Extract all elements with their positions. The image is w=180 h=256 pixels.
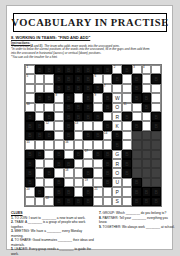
cell-r12c4[interactable] bbox=[54, 168, 64, 177]
cell-r9c8[interactable] bbox=[93, 140, 103, 149]
cell-r5c5: B bbox=[64, 103, 74, 112]
prefilled-letter: B bbox=[65, 198, 73, 205]
prefilled-letter: B bbox=[84, 188, 92, 195]
clue-number: 21 bbox=[94, 188, 97, 191]
cell-r5c4[interactable] bbox=[54, 103, 64, 112]
cell-r2c2[interactable] bbox=[35, 74, 45, 83]
cell-r5c10[interactable]: O bbox=[112, 103, 122, 112]
clue-number: 5 bbox=[26, 75, 28, 78]
cell-r11c9: B bbox=[103, 159, 113, 168]
clue-number: 1 bbox=[26, 66, 28, 69]
cell-r9c12 bbox=[132, 140, 142, 149]
prefilled-letter: B bbox=[45, 94, 53, 101]
cell-r5c1[interactable]: 10 bbox=[25, 103, 35, 112]
cell-r10c3[interactable] bbox=[44, 150, 54, 159]
prefilled-letter: B bbox=[75, 113, 83, 120]
cell-r12c14 bbox=[151, 168, 161, 177]
cell-r2c10: B bbox=[112, 74, 122, 83]
prefilled-letter: B bbox=[84, 85, 92, 92]
cell-r11c12 bbox=[132, 159, 142, 168]
cell-r14c9[interactable] bbox=[103, 187, 113, 196]
cell-r1c12[interactable]: 3 bbox=[132, 65, 142, 74]
prefilled-letter: B bbox=[94, 151, 102, 158]
cell-r12c6[interactable] bbox=[74, 168, 84, 177]
prefilled-letter: B bbox=[75, 151, 83, 158]
prefilled-letter: B bbox=[104, 94, 112, 101]
prefilled-letter: R bbox=[113, 113, 121, 120]
cell-r10c9: B bbox=[103, 150, 113, 159]
cell-r14c12: B bbox=[132, 187, 142, 196]
prefilled-letter: B bbox=[55, 85, 63, 92]
prefilled-letter: B bbox=[26, 169, 34, 176]
cell-r11c2[interactable] bbox=[35, 159, 45, 168]
cell-r8c5: B bbox=[64, 131, 74, 140]
cell-r9c1[interactable]: 15 bbox=[25, 140, 35, 149]
clue-number: 7 bbox=[104, 85, 106, 88]
cell-r10c7[interactable]: 17 bbox=[83, 150, 93, 159]
cell-r15c8[interactable] bbox=[93, 197, 103, 206]
cell-r15c10[interactable]: S bbox=[112, 197, 122, 206]
cell-r9c4[interactable] bbox=[54, 140, 64, 149]
prefilled-letter: B bbox=[152, 75, 160, 82]
clue-number: 13 bbox=[75, 122, 78, 125]
clue-item: 8. PARTNER: Tell your ________ everythin… bbox=[99, 216, 175, 225]
cell-r15c4: B bbox=[54, 197, 64, 206]
cell-r6c4[interactable] bbox=[54, 112, 64, 121]
prefilled-letter: B bbox=[36, 122, 44, 129]
clue-number: 18 bbox=[65, 169, 68, 172]
cell-r1c2: B bbox=[35, 65, 45, 74]
prefilled-letter: O bbox=[113, 169, 121, 176]
clue-number: 12 bbox=[46, 122, 49, 125]
cell-r8c14 bbox=[151, 131, 161, 140]
prefilled-letter: B bbox=[75, 198, 83, 205]
prefilled-letter: B bbox=[123, 151, 131, 158]
prefilled-letter: B bbox=[84, 75, 92, 82]
cell-r4c8[interactable]: 9 bbox=[93, 93, 103, 102]
prefilled-letter: B bbox=[84, 104, 92, 111]
cell-r3c13[interactable] bbox=[142, 84, 152, 93]
clue-list-left: CLUES 1. TO JOIN: I want to ________ a n… bbox=[11, 211, 95, 256]
cell-r4c14[interactable] bbox=[151, 93, 161, 102]
clue-item-number: 3. bbox=[11, 229, 15, 233]
clue-item: 3. MEETING: We have a ________ every Mon… bbox=[11, 229, 95, 238]
cell-r2c6: B bbox=[74, 74, 84, 83]
cell-r14c1[interactable]: 20 bbox=[25, 187, 35, 196]
prefilled-letter: B bbox=[26, 179, 34, 186]
cell-r13c14 bbox=[151, 178, 161, 187]
clue-item-number: 9. bbox=[99, 225, 103, 229]
prefilled-letter: B bbox=[84, 113, 92, 120]
clue-number: 20 bbox=[26, 188, 29, 191]
cell-r1c10[interactable]: 2 bbox=[112, 65, 122, 74]
prefilled-letter: B bbox=[45, 132, 53, 139]
prefilled-letter: B bbox=[65, 85, 73, 92]
cell-r10c5[interactable] bbox=[64, 150, 74, 159]
cell-r14c8[interactable]: 21 bbox=[93, 187, 103, 196]
clue-number: 16 bbox=[65, 141, 68, 144]
prefilled-letter: B bbox=[65, 113, 73, 120]
cell-r6c3: B bbox=[44, 112, 54, 121]
cell-r7c3[interactable]: 12 bbox=[44, 121, 54, 130]
cell-r13c4: B bbox=[54, 178, 64, 187]
prefilled-letter: B bbox=[26, 113, 34, 120]
prefilled-letter: S bbox=[113, 198, 121, 205]
cell-r3c5: B bbox=[64, 84, 74, 93]
prefilled-letter: B bbox=[65, 75, 73, 82]
cell-r6c6: B bbox=[74, 112, 84, 121]
cell-r4c4[interactable]: 8 bbox=[54, 93, 64, 102]
cell-r15c12: B bbox=[132, 197, 142, 206]
cell-r2c8[interactable]: 6 bbox=[93, 74, 103, 83]
cell-r13c5[interactable] bbox=[64, 178, 74, 187]
cell-r13c9: B bbox=[103, 178, 113, 187]
cell-r4c7: B bbox=[83, 93, 93, 102]
cell-r6c2[interactable] bbox=[35, 112, 45, 121]
cell-r7c7[interactable] bbox=[83, 121, 93, 130]
prefilled-letter: B bbox=[26, 122, 34, 129]
cell-r7c4[interactable] bbox=[54, 121, 64, 130]
prefilled-letter: B bbox=[65, 160, 73, 167]
cell-r10c10[interactable]: G bbox=[112, 150, 122, 159]
cell-r14c2: B bbox=[35, 187, 45, 196]
prefilled-letter: B bbox=[94, 85, 102, 92]
cell-r11c13 bbox=[142, 159, 152, 168]
cell-r6c14: B bbox=[151, 112, 161, 121]
prefilled-letter: B bbox=[84, 198, 92, 205]
cell-r6c9[interactable] bbox=[103, 112, 113, 121]
cell-r8c11[interactable] bbox=[122, 131, 132, 140]
prefilled-letter: B bbox=[123, 113, 131, 120]
cell-r3c3[interactable] bbox=[44, 84, 54, 93]
prefilled-letter: K bbox=[113, 122, 121, 129]
cell-r4c2: B bbox=[35, 93, 45, 102]
cell-r13c6[interactable] bbox=[74, 178, 84, 187]
cell-r12c10[interactable]: O bbox=[112, 168, 122, 177]
prefilled-letter: B bbox=[94, 66, 102, 73]
prefilled-letter: B bbox=[55, 198, 63, 205]
clue-number: 9 bbox=[94, 94, 96, 97]
prefilled-letter: B bbox=[133, 188, 141, 195]
cell-r2c9[interactable] bbox=[103, 74, 113, 83]
clue-list-right: 7. GROUP: Which ________ do you belong t… bbox=[99, 211, 175, 229]
cell-r13c8[interactable] bbox=[93, 178, 103, 187]
cell-r11c7[interactable] bbox=[83, 159, 93, 168]
cell-r15c14: B bbox=[151, 197, 161, 206]
prefilled-letter: B bbox=[104, 160, 112, 167]
cell-r12c5[interactable]: 18 bbox=[64, 168, 74, 177]
cell-r1c4: B bbox=[54, 65, 64, 74]
prefilled-letter: B bbox=[65, 122, 73, 129]
cell-r2c4: B bbox=[54, 74, 64, 83]
cell-r14c6[interactable] bbox=[74, 187, 84, 196]
cell-r3c2[interactable] bbox=[35, 84, 45, 93]
cell-r10c1: B bbox=[25, 150, 35, 159]
cell-r11c5: B bbox=[64, 159, 74, 168]
cell-r10c4: B bbox=[54, 150, 64, 159]
cell-r3c14[interactable] bbox=[151, 84, 161, 93]
cell-r3c4: B bbox=[54, 84, 64, 93]
cell-r5c2[interactable] bbox=[35, 103, 45, 112]
cell-r1c14[interactable] bbox=[151, 65, 161, 74]
prefilled-letter: B bbox=[104, 66, 112, 73]
cell-r13c10[interactable]: U bbox=[112, 178, 122, 187]
cell-r3c12: B bbox=[132, 84, 142, 93]
cell-r2c11[interactable] bbox=[122, 74, 132, 83]
cell-r15c2[interactable] bbox=[35, 197, 45, 206]
cell-r8c1: B bbox=[25, 131, 35, 140]
prefilled-letter: B bbox=[75, 104, 83, 111]
prefilled-letter: B bbox=[133, 94, 141, 101]
cell-r5c6: B bbox=[74, 103, 84, 112]
cell-r13c3[interactable] bbox=[44, 178, 54, 187]
prefilled-letter: B bbox=[55, 151, 63, 158]
prefilled-letter: B bbox=[113, 75, 121, 82]
prefilled-letter: B bbox=[133, 122, 141, 129]
cell-r7c8[interactable] bbox=[93, 121, 103, 130]
prefilled-letter: B bbox=[65, 66, 73, 73]
cell-r3c1[interactable] bbox=[25, 84, 35, 93]
cell-r7c10[interactable]: K bbox=[112, 121, 122, 130]
prefilled-letter: B bbox=[55, 188, 63, 195]
cell-r4c9: B bbox=[103, 93, 113, 102]
clue-item: 4. TO SHARE: Good teammates ________ the… bbox=[11, 238, 95, 247]
clue-item: 5. LEADER: Every group needs a ________ … bbox=[11, 247, 95, 256]
cell-r5c9: B bbox=[103, 103, 113, 112]
cell-r14c10[interactable]: P bbox=[112, 187, 122, 196]
cell-r5c11[interactable]: 11 bbox=[122, 103, 132, 112]
clue-number: 6 bbox=[94, 75, 96, 78]
cell-r9c13 bbox=[142, 140, 152, 149]
prefilled-letter: B bbox=[75, 85, 83, 92]
cell-r1c5: B bbox=[64, 65, 74, 74]
cell-r1c13[interactable]: 4 bbox=[142, 65, 152, 74]
cell-r4c6[interactable] bbox=[74, 93, 84, 102]
cell-r10c2: B bbox=[35, 150, 45, 159]
clue-number: 14 bbox=[104, 132, 107, 135]
cell-r1c8: B bbox=[93, 65, 103, 74]
cell-r7c5: B bbox=[64, 121, 74, 130]
cell-r11c8[interactable] bbox=[93, 159, 103, 168]
cell-r5c3[interactable] bbox=[44, 103, 54, 112]
cell-r8c8: B bbox=[93, 131, 103, 140]
cell-r14c5: B bbox=[64, 187, 74, 196]
prefilled-letter: B bbox=[65, 188, 73, 195]
cell-r7c2: B bbox=[35, 121, 45, 130]
prefilled-letter: B bbox=[36, 151, 44, 158]
prefilled-letter: B bbox=[143, 94, 151, 101]
instructions-block: *Form a team (A and B). The team who add… bbox=[11, 45, 169, 61]
cell-r14c4: B bbox=[54, 187, 64, 196]
prefilled-letter: B bbox=[104, 104, 112, 111]
clue-number: 15 bbox=[26, 141, 29, 144]
cell-r2c1[interactable]: 5 bbox=[25, 74, 35, 83]
cell-r12c11: B bbox=[122, 168, 132, 177]
cell-r12c13 bbox=[142, 168, 152, 177]
prefilled-letter: R bbox=[113, 160, 121, 167]
cell-r2c12: B bbox=[132, 74, 142, 83]
instruction-line-4: *You can ask the teacher for a hint. bbox=[11, 56, 169, 60]
cell-r15c7: B bbox=[83, 197, 93, 206]
prefilled-letter: B bbox=[123, 66, 131, 73]
prefilled-letter: B bbox=[36, 188, 44, 195]
prefilled-letter: B bbox=[84, 66, 92, 73]
cell-r6c5: B bbox=[64, 112, 74, 121]
cell-r6c8: B bbox=[93, 112, 103, 121]
cell-r9c10: B bbox=[112, 140, 122, 149]
crossword-grid: 1BBBBBBBB2B345BBBB6BBBBBBBB7BBB8BB9BWBB1… bbox=[24, 64, 162, 207]
clue-number: 2 bbox=[114, 66, 116, 69]
cell-r1c1[interactable]: 1 bbox=[25, 65, 35, 74]
cell-r8c4[interactable] bbox=[54, 131, 64, 140]
cell-r3c10[interactable] bbox=[112, 84, 122, 93]
cell-r4c10[interactable]: W bbox=[112, 93, 122, 102]
cell-r12c9: B bbox=[103, 168, 113, 177]
cell-r10c8: B bbox=[93, 150, 103, 159]
cell-r15c11[interactable] bbox=[122, 197, 132, 206]
cell-r1c11: B bbox=[122, 65, 132, 74]
prefilled-letter: B bbox=[104, 179, 112, 186]
clue-item-number: 1. bbox=[11, 216, 15, 220]
cell-r1c3: B bbox=[44, 65, 54, 74]
cell-r10c13 bbox=[142, 150, 152, 159]
cell-r13c2[interactable] bbox=[35, 178, 45, 187]
cell-r15c9[interactable] bbox=[103, 197, 113, 206]
cell-r2c14: B bbox=[151, 74, 161, 83]
prefilled-letter: B bbox=[123, 169, 131, 176]
prefilled-letter: P bbox=[113, 188, 121, 195]
clue-number: 8 bbox=[56, 94, 58, 97]
prefilled-letter: B bbox=[113, 141, 121, 148]
cell-r12c1: B bbox=[25, 168, 35, 177]
prefilled-letter: B bbox=[36, 132, 44, 139]
cell-r9c9[interactable] bbox=[103, 140, 113, 149]
cell-r12c7: B bbox=[83, 168, 93, 177]
cell-r5c8[interactable] bbox=[93, 103, 103, 112]
cell-r4c12: B bbox=[132, 93, 142, 102]
cell-r8c9[interactable]: 14 bbox=[103, 131, 113, 140]
prefilled-letter: B bbox=[143, 188, 151, 195]
cell-r14c3[interactable] bbox=[44, 187, 54, 196]
cell-r12c8[interactable] bbox=[93, 168, 103, 177]
prefilled-letter: B bbox=[143, 198, 151, 205]
cell-r6c10[interactable]: R bbox=[112, 112, 122, 121]
clue-item-number: 8. bbox=[99, 216, 103, 220]
cell-r3c6: B bbox=[74, 84, 84, 93]
prefilled-letter: B bbox=[26, 160, 34, 167]
page-title: VOCABULARY IN PRACTISE bbox=[11, 17, 169, 28]
prefilled-letter: B bbox=[152, 113, 160, 120]
prefilled-letter: B bbox=[133, 75, 141, 82]
cell-r7c12: B bbox=[132, 121, 142, 130]
cell-r11c3[interactable] bbox=[44, 159, 54, 168]
cell-r15c1[interactable] bbox=[25, 197, 35, 206]
cell-r14c11[interactable] bbox=[122, 187, 132, 196]
cell-r8c6[interactable] bbox=[74, 131, 84, 140]
cell-r1c7: B bbox=[83, 65, 93, 74]
cell-r7c11[interactable] bbox=[122, 121, 132, 130]
prefilled-letter: B bbox=[75, 66, 83, 73]
cell-r6c7: B bbox=[83, 112, 93, 121]
title-box: VOCABULARY IN PRACTISE bbox=[13, 13, 167, 32]
cell-r9c6[interactable] bbox=[74, 140, 84, 149]
cell-r13c7[interactable]: 19 bbox=[83, 178, 93, 187]
cell-r3c8: B bbox=[93, 84, 103, 93]
cell-r14c14: B bbox=[151, 187, 161, 196]
prefilled-letter: B bbox=[94, 132, 102, 139]
cell-r9c2[interactable] bbox=[35, 140, 45, 149]
clue-number: 19 bbox=[85, 179, 88, 182]
cell-r5c12[interactable] bbox=[132, 103, 142, 112]
cell-r4c11[interactable] bbox=[122, 93, 132, 102]
cell-r11c11: B bbox=[122, 159, 132, 168]
cell-r4c13: B bbox=[142, 93, 152, 102]
cell-r15c6: B bbox=[74, 197, 84, 206]
prefilled-letter: O bbox=[113, 104, 121, 111]
prefilled-letter: B bbox=[84, 169, 92, 176]
cell-r6c1: B bbox=[25, 112, 35, 121]
prefilled-letter: B bbox=[152, 122, 160, 129]
prefilled-letter: B bbox=[36, 66, 44, 73]
section-heading: 8. WORKING IN TEAMS: "FIND AND ADD" bbox=[11, 35, 90, 40]
cell-r9c14 bbox=[151, 140, 161, 149]
cell-r1c6: B bbox=[74, 65, 84, 74]
cell-r7c6[interactable]: 13 bbox=[74, 121, 84, 130]
prefilled-letter: B bbox=[133, 198, 141, 205]
cell-r15c13: B bbox=[142, 197, 152, 206]
clue-number: 11 bbox=[124, 103, 127, 106]
prefilled-letter: B bbox=[104, 151, 112, 158]
prefilled-letter: B bbox=[84, 132, 92, 139]
prefilled-letter: B bbox=[84, 94, 92, 101]
clue-number: 22 bbox=[46, 197, 49, 200]
cell-r3c9[interactable]: 7 bbox=[103, 84, 113, 93]
cell-r9c5[interactable]: 16 bbox=[64, 140, 74, 149]
cell-r6c12[interactable] bbox=[132, 112, 142, 121]
cell-r7c14: B bbox=[151, 121, 161, 130]
cell-r9c11[interactable] bbox=[122, 140, 132, 149]
cell-r9c3[interactable] bbox=[44, 140, 54, 149]
cell-r11c6[interactable] bbox=[74, 159, 84, 168]
clue-item-number: 5. bbox=[11, 247, 15, 251]
cell-r4c5: B bbox=[64, 93, 74, 102]
cell-r6c13[interactable] bbox=[142, 112, 152, 121]
prefilled-letter: B bbox=[65, 94, 73, 101]
cell-r10c6: B bbox=[74, 150, 84, 159]
cell-r10c14 bbox=[151, 150, 161, 159]
cell-r11c10[interactable]: R bbox=[112, 159, 122, 168]
cell-r5c14[interactable] bbox=[151, 103, 161, 112]
clue-number: 3 bbox=[133, 66, 135, 69]
cell-r2c5: B bbox=[64, 74, 74, 83]
cell-r4c1[interactable] bbox=[25, 93, 35, 102]
cell-r2c13[interactable] bbox=[142, 74, 152, 83]
cell-r13c11[interactable] bbox=[122, 178, 132, 187]
cell-r7c1: B bbox=[25, 121, 35, 130]
cell-r9c7[interactable] bbox=[83, 140, 93, 149]
prefilled-letter: B bbox=[65, 132, 73, 139]
cell-r2c3[interactable] bbox=[44, 74, 54, 83]
prefilled-letter: B bbox=[94, 113, 102, 120]
prefilled-letter: B bbox=[133, 179, 141, 186]
clue-item-number: 2. bbox=[11, 220, 15, 224]
cell-r7c13[interactable] bbox=[142, 121, 152, 130]
cell-r3c11[interactable] bbox=[122, 84, 132, 93]
cell-r12c2[interactable] bbox=[35, 168, 45, 177]
prefilled-letter: B bbox=[45, 169, 53, 176]
prefilled-letter: B bbox=[26, 132, 34, 139]
cell-r15c3[interactable]: 22 bbox=[44, 197, 54, 206]
